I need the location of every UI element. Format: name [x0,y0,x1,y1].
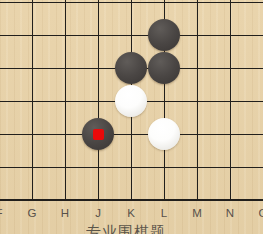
coord-label-N: N [214,206,247,220]
grid-line-horizontal [49,2,82,3]
grid-line-horizontal [247,35,264,36]
intersection-H6[interactable] [49,19,82,52]
grid-line-horizontal [181,101,214,102]
grid-line-horizontal [247,101,264,102]
last-move-marker [93,129,104,140]
intersection-M6[interactable] [181,19,214,52]
intersection-L2[interactable] [148,151,181,184]
intersection-G7[interactable] [16,0,49,19]
grid-line-horizontal [0,199,16,201]
grid-line-horizontal [0,134,16,135]
grid-line-vertical [98,0,99,19]
intersection-H3[interactable] [49,118,82,151]
intersection-F6[interactable] [0,19,16,52]
grid-line-vertical [164,0,165,19]
intersection-K4[interactable] [115,85,148,118]
coord-label-G: G [16,206,49,220]
grid-line-horizontal [49,101,82,102]
grid-line-horizontal [115,199,148,201]
grid-line-horizontal [214,134,247,135]
grid-line-horizontal [247,68,264,69]
grid-line-horizontal [148,101,181,102]
grid-line-horizontal [115,35,148,36]
grid-line-horizontal [247,199,264,201]
intersection-N4[interactable] [214,85,247,118]
intersection-M7[interactable] [181,0,214,19]
black-stone-K5 [115,52,147,84]
coord-label-O: O [247,206,264,220]
coord-label-J: J [82,206,115,220]
intersection-O7[interactable] [247,0,264,19]
grid-line-vertical [197,0,198,19]
grid-line-horizontal [247,134,264,135]
grid-line-horizontal [49,134,82,135]
grid-line-horizontal [181,134,214,135]
grid-line-horizontal [49,35,82,36]
intersection-H5[interactable] [49,52,82,85]
intersection-G3[interactable] [16,118,49,151]
grid-line-vertical [263,0,264,19]
grid-line-vertical [65,0,66,19]
grid-line-horizontal [115,2,148,3]
intersection-O3[interactable] [247,118,264,151]
grid-line-horizontal [16,101,49,102]
intersection-N5[interactable] [214,52,247,85]
grid-line-horizontal [214,167,247,168]
grid-line-horizontal [0,101,16,102]
intersection-K5[interactable] [115,52,148,85]
intersection-M2[interactable] [181,151,214,184]
grid-line-horizontal [0,2,16,3]
grid-line-horizontal [181,68,214,69]
intersection-N7[interactable] [214,0,247,19]
grid-line-horizontal [49,68,82,69]
intersection-O5[interactable] [247,52,264,85]
grid-line-horizontal [49,167,82,168]
intersection-O4[interactable] [247,85,264,118]
intersection-J6[interactable] [82,19,115,52]
intersection-L4[interactable] [148,85,181,118]
intersection-L3[interactable] [148,118,181,151]
grid-line-horizontal [82,101,115,102]
grid-line-vertical [230,0,231,19]
board-grid [0,0,263,217]
intersection-F5[interactable] [0,52,16,85]
intersection-O2[interactable] [247,151,264,184]
intersection-K7[interactable] [115,0,148,19]
grid-line-horizontal [16,2,49,3]
intersection-J3[interactable] [82,118,115,151]
intersection-O6[interactable] [247,19,264,52]
grid-line-horizontal [82,35,115,36]
grid-line-horizontal [82,68,115,69]
intersection-H7[interactable] [49,0,82,19]
grid-line-horizontal [16,35,49,36]
grid-line-horizontal [148,2,181,3]
grid-line-horizontal [16,68,49,69]
grid-line-horizontal [181,35,214,36]
coord-label-H: H [49,206,82,220]
coordinate-labels: FGHJKLMNO [0,206,263,220]
grid-line-horizontal [115,134,148,135]
intersection-N6[interactable] [214,19,247,52]
grid-line-horizontal [214,199,247,201]
grid-line-horizontal [16,167,49,168]
grid-line-vertical [131,0,132,19]
grid-line-horizontal [181,199,214,201]
intersection-L7[interactable] [148,0,181,19]
intersection-K6[interactable] [115,19,148,52]
intersection-J7[interactable] [82,0,115,19]
intersection-F2[interactable] [0,151,16,184]
grid-line-horizontal [0,68,16,69]
grid-line-horizontal [0,35,16,36]
white-stone-K4 [115,85,147,117]
intersection-L5[interactable] [148,52,181,85]
coord-label-L: L [148,206,181,220]
intersection-F3[interactable] [0,118,16,151]
coord-label-K: K [115,206,148,220]
grid-line-horizontal [181,2,214,3]
coord-label-F: F [0,206,16,220]
grid-line-horizontal [82,167,115,168]
intersection-M5[interactable] [181,52,214,85]
grid-line-horizontal [247,2,264,3]
intersection-K2[interactable] [115,151,148,184]
intersection-G5[interactable] [16,52,49,85]
grid-line-horizontal [148,199,181,201]
watermark-text: 专业围棋题 [86,223,166,234]
coord-label-M: M [181,206,214,220]
intersection-M4[interactable] [181,85,214,118]
intersection-F4[interactable] [0,85,16,118]
black-stone-L5 [148,52,180,84]
intersection-K3[interactable] [115,118,148,151]
intersection-J2[interactable] [82,151,115,184]
intersection-F7[interactable] [0,0,16,19]
grid-line-horizontal [214,35,247,36]
go-board: FGHJKLMNO 专业围棋题 [0,0,263,234]
intersection-J4[interactable] [82,85,115,118]
white-stone-L3 [148,118,180,150]
grid-line-vertical [32,0,33,19]
grid-line-horizontal [49,199,82,201]
intersection-G2[interactable] [16,151,49,184]
intersection-H2[interactable] [49,151,82,184]
grid-line-horizontal [115,167,148,168]
grid-line-horizontal [181,167,214,168]
grid-line-horizontal [0,167,16,168]
intersection-H4[interactable] [49,85,82,118]
intersection-N2[interactable] [214,151,247,184]
grid-line-horizontal [214,101,247,102]
grid-line-horizontal [148,167,181,168]
intersection-G4[interactable] [16,85,49,118]
grid-line-horizontal [82,2,115,3]
grid-line-horizontal [247,167,264,168]
grid-line-horizontal [16,134,49,135]
intersection-L6[interactable] [148,19,181,52]
grid-line-horizontal [16,199,49,201]
intersection-N3[interactable] [214,118,247,151]
grid-line-horizontal [214,68,247,69]
black-stone-J3 [82,118,114,150]
intersection-M3[interactable] [181,118,214,151]
grid-line-horizontal [214,2,247,3]
black-stone-L6 [148,19,180,51]
intersection-J5[interactable] [82,52,115,85]
grid-line-horizontal [82,199,115,201]
intersection-G6[interactable] [16,19,49,52]
